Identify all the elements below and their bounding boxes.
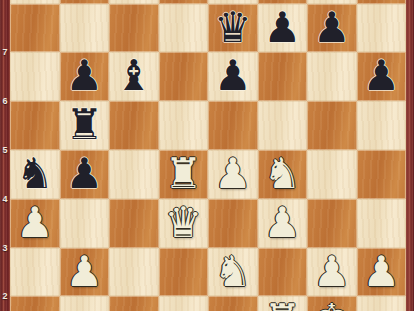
black-pawn: ♟ [60, 52, 110, 101]
square-a7 [10, 4, 60, 53]
black-pawn: ♟ [208, 52, 258, 101]
square-c7 [109, 4, 159, 53]
white-rook: ♜ [159, 150, 209, 199]
square-f1: ♜ [258, 296, 308, 311]
square-h1 [357, 296, 407, 311]
square-g4 [307, 150, 357, 199]
square-h2: ♟ [357, 248, 407, 297]
square-a2 [10, 248, 60, 297]
rank-label-3: 3 [0, 243, 10, 253]
square-e3 [208, 199, 258, 248]
white-queen: ♛ [159, 199, 209, 248]
square-a3: ♟ [10, 199, 60, 248]
square-e2: ♞ [208, 248, 258, 297]
square-g3 [307, 199, 357, 248]
square-h7 [357, 4, 407, 53]
white-knight: ♞ [258, 150, 308, 199]
square-c1 [109, 296, 159, 311]
white-pawn: ♟ [357, 248, 407, 297]
square-f5 [258, 101, 308, 150]
board-frame-right [406, 0, 414, 311]
rank-label-4: 4 [0, 194, 10, 204]
square-g5 [307, 101, 357, 150]
square-f4: ♞ [258, 150, 308, 199]
black-pawn: ♟ [307, 4, 357, 53]
square-g2: ♟ [307, 248, 357, 297]
square-d5 [159, 101, 209, 150]
rank-label-6: 6 [0, 96, 10, 106]
rank-label-7: 7 [0, 47, 10, 57]
white-pawn: ♟ [60, 248, 110, 297]
square-c2 [109, 248, 159, 297]
square-e1 [208, 296, 258, 311]
square-b3 [60, 199, 110, 248]
black-pawn: ♟ [258, 4, 308, 53]
white-rook: ♜ [258, 296, 308, 311]
square-f2 [258, 248, 308, 297]
square-c4 [109, 150, 159, 199]
square-e5 [208, 101, 258, 150]
square-d7 [159, 4, 209, 53]
board-frame-left: 765432 [0, 0, 10, 311]
square-h4 [357, 150, 407, 199]
square-b5: ♜ [60, 101, 110, 150]
square-c5 [109, 101, 159, 150]
square-b1 [60, 296, 110, 311]
white-pawn: ♟ [10, 199, 60, 248]
square-g7: ♟ [307, 4, 357, 53]
white-pawn: ♟ [258, 199, 308, 248]
chess-diagram: ♛♟♟♟♝♟♟♜♞♟♜♟♞♟♛♟♟♞♟♟♜♚ 765432 [0, 0, 414, 311]
black-queen: ♛ [208, 4, 258, 53]
square-d3: ♛ [159, 199, 209, 248]
square-f7: ♟ [258, 4, 308, 53]
rank-label-2: 2 [0, 291, 10, 301]
square-h6: ♟ [357, 52, 407, 101]
white-pawn: ♟ [208, 150, 258, 199]
square-a5 [10, 101, 60, 150]
square-b4: ♟ [60, 150, 110, 199]
square-d4: ♜ [159, 150, 209, 199]
square-a4: ♞ [10, 150, 60, 199]
black-pawn: ♟ [60, 150, 110, 199]
square-f6 [258, 52, 308, 101]
square-f3: ♟ [258, 199, 308, 248]
square-g6 [307, 52, 357, 101]
square-h3 [357, 199, 407, 248]
black-pawn: ♟ [357, 52, 407, 101]
square-c6: ♝ [109, 52, 159, 101]
square-g1: ♚ [307, 296, 357, 311]
square-b2: ♟ [60, 248, 110, 297]
white-pawn: ♟ [307, 248, 357, 297]
white-king: ♚ [307, 296, 357, 311]
square-d1 [159, 296, 209, 311]
square-h5 [357, 101, 407, 150]
square-e7: ♛ [208, 4, 258, 53]
rank-label-5: 5 [0, 145, 10, 155]
square-e4: ♟ [208, 150, 258, 199]
white-knight: ♞ [208, 248, 258, 297]
square-a6 [10, 52, 60, 101]
square-d2 [159, 248, 209, 297]
square-b7 [60, 4, 110, 53]
square-c3 [109, 199, 159, 248]
black-bishop: ♝ [109, 52, 159, 101]
square-b6: ♟ [60, 52, 110, 101]
black-knight: ♞ [10, 150, 60, 199]
square-a1 [10, 296, 60, 311]
board: ♛♟♟♟♝♟♟♜♞♟♜♟♞♟♛♟♟♞♟♟♜♚ [10, 0, 406, 311]
black-rook: ♜ [60, 101, 110, 150]
square-d6 [159, 52, 209, 101]
square-e6: ♟ [208, 52, 258, 101]
